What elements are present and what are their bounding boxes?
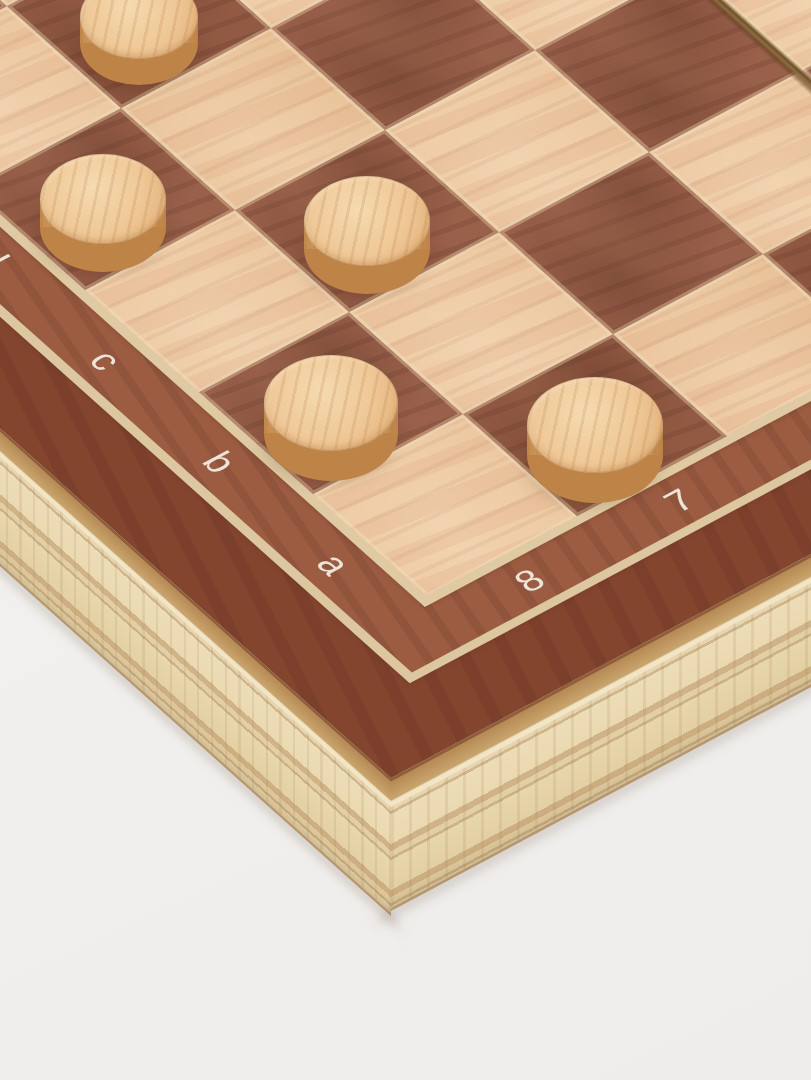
board-photo-scene: abcdefgh 87654321 <box>0 0 811 1080</box>
checker-e7[interactable] <box>80 0 198 85</box>
checker-b8[interactable] <box>264 355 399 481</box>
checker-a7[interactable] <box>527 377 663 504</box>
piece-top <box>527 377 663 474</box>
piece-top <box>304 176 431 266</box>
checker-d8[interactable] <box>40 154 166 271</box>
checker-c7[interactable] <box>304 176 431 294</box>
piece-top <box>40 154 166 244</box>
piece-top <box>264 355 399 451</box>
